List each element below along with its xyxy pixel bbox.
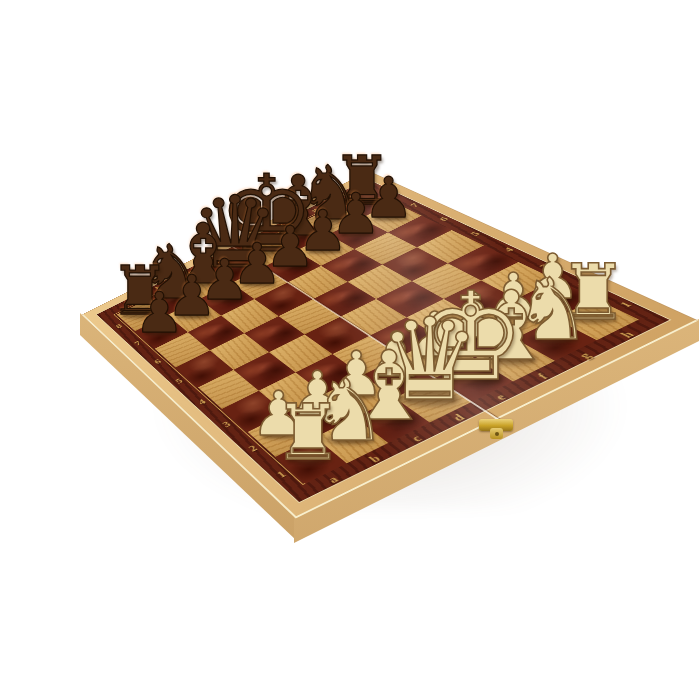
piece-white-rook-a1: ♜ bbox=[269, 395, 346, 472]
brass-clasp bbox=[479, 419, 513, 431]
chess-set-photo: aabbccddeeffgghh1122334455667788 ♜♞♝♛♚♝♞… bbox=[0, 0, 700, 700]
piece-black-pawn-a7: ♟ bbox=[131, 285, 187, 341]
clasp-hole bbox=[495, 432, 499, 436]
